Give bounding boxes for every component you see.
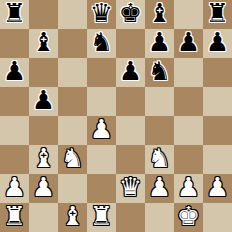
square-g3[interactable] [174, 145, 203, 174]
piece-black-pawn: ♟ [32, 87, 55, 115]
square-b6[interactable] [29, 58, 58, 87]
square-e3[interactable] [116, 145, 145, 174]
piece-white-pawn: ♟ [3, 174, 26, 202]
square-f8[interactable]: ♝ [145, 0, 174, 29]
square-a6[interactable]: ♟ [0, 58, 29, 87]
square-e5[interactable] [116, 87, 145, 116]
square-a5[interactable] [0, 87, 29, 116]
piece-black-rook: ♜ [206, 0, 229, 28]
square-d7[interactable]: ♞ [87, 29, 116, 58]
square-d3[interactable] [87, 145, 116, 174]
square-c5[interactable] [58, 87, 87, 116]
chess-board: ♜♛♚♝♜♝♞♟♟♟♟♟♞♟♟♝♞♞♟♟♛♟♟♟♜♝♜♚ [0, 0, 232, 232]
piece-black-bishop: ♝ [32, 29, 55, 57]
square-h6[interactable] [203, 58, 232, 87]
piece-black-bishop: ♝ [148, 0, 171, 28]
square-e1[interactable] [116, 203, 145, 232]
square-h4[interactable] [203, 116, 232, 145]
square-d8[interactable]: ♛ [87, 0, 116, 29]
square-c8[interactable] [58, 0, 87, 29]
piece-black-knight: ♞ [90, 29, 113, 57]
square-a2[interactable]: ♟ [0, 174, 29, 203]
square-e8[interactable]: ♚ [116, 0, 145, 29]
square-c7[interactable] [58, 29, 87, 58]
piece-black-pawn: ♟ [3, 58, 26, 86]
square-h2[interactable]: ♟ [203, 174, 232, 203]
square-h8[interactable]: ♜ [203, 0, 232, 29]
square-g8[interactable] [174, 0, 203, 29]
square-a1[interactable]: ♜ [0, 203, 29, 232]
square-g4[interactable] [174, 116, 203, 145]
square-f5[interactable] [145, 87, 174, 116]
piece-black-king: ♚ [119, 0, 142, 28]
piece-white-knight: ♞ [148, 145, 171, 173]
square-b1[interactable] [29, 203, 58, 232]
square-e7[interactable] [116, 29, 145, 58]
piece-white-knight: ♞ [61, 145, 84, 173]
square-b4[interactable] [29, 116, 58, 145]
square-b3[interactable]: ♝ [29, 145, 58, 174]
square-g2[interactable]: ♟ [174, 174, 203, 203]
square-a4[interactable] [0, 116, 29, 145]
square-d5[interactable] [87, 87, 116, 116]
square-f2[interactable]: ♟ [145, 174, 174, 203]
piece-white-king: ♚ [177, 203, 200, 231]
square-f7[interactable]: ♟ [145, 29, 174, 58]
square-b8[interactable] [29, 0, 58, 29]
square-b7[interactable]: ♝ [29, 29, 58, 58]
piece-black-knight: ♞ [148, 58, 171, 86]
square-g6[interactable] [174, 58, 203, 87]
square-h5[interactable] [203, 87, 232, 116]
square-h3[interactable] [203, 145, 232, 174]
piece-white-pawn: ♟ [32, 174, 55, 202]
square-e6[interactable]: ♟ [116, 58, 145, 87]
piece-black-pawn: ♟ [206, 29, 229, 57]
square-b2[interactable]: ♟ [29, 174, 58, 203]
square-f3[interactable]: ♞ [145, 145, 174, 174]
piece-white-rook: ♜ [3, 203, 26, 231]
piece-black-rook: ♜ [3, 0, 26, 28]
piece-white-bishop: ♝ [61, 203, 84, 231]
square-c4[interactable] [58, 116, 87, 145]
square-h1[interactable] [203, 203, 232, 232]
square-c6[interactable] [58, 58, 87, 87]
square-g5[interactable] [174, 87, 203, 116]
square-a7[interactable] [0, 29, 29, 58]
piece-black-pawn: ♟ [119, 58, 142, 86]
piece-white-pawn: ♟ [148, 174, 171, 202]
piece-black-queen: ♛ [90, 0, 113, 28]
square-a3[interactable] [0, 145, 29, 174]
square-d6[interactable] [87, 58, 116, 87]
piece-white-queen: ♛ [119, 174, 142, 202]
square-d2[interactable] [87, 174, 116, 203]
square-b5[interactable]: ♟ [29, 87, 58, 116]
square-c1[interactable]: ♝ [58, 203, 87, 232]
square-g1[interactable]: ♚ [174, 203, 203, 232]
piece-black-pawn: ♟ [177, 29, 200, 57]
square-d4[interactable]: ♟ [87, 116, 116, 145]
square-h7[interactable]: ♟ [203, 29, 232, 58]
piece-white-pawn: ♟ [206, 174, 229, 202]
piece-white-rook: ♜ [90, 203, 113, 231]
piece-black-pawn: ♟ [148, 29, 171, 57]
square-c2[interactable] [58, 174, 87, 203]
square-d1[interactable]: ♜ [87, 203, 116, 232]
square-c3[interactable]: ♞ [58, 145, 87, 174]
square-e2[interactable]: ♛ [116, 174, 145, 203]
square-f6[interactable]: ♞ [145, 58, 174, 87]
square-a8[interactable]: ♜ [0, 0, 29, 29]
square-e4[interactable] [116, 116, 145, 145]
piece-white-pawn: ♟ [177, 174, 200, 202]
piece-white-pawn: ♟ [90, 116, 113, 144]
square-f4[interactable] [145, 116, 174, 145]
square-f1[interactable] [145, 203, 174, 232]
piece-white-bishop: ♝ [32, 145, 55, 173]
square-g7[interactable]: ♟ [174, 29, 203, 58]
